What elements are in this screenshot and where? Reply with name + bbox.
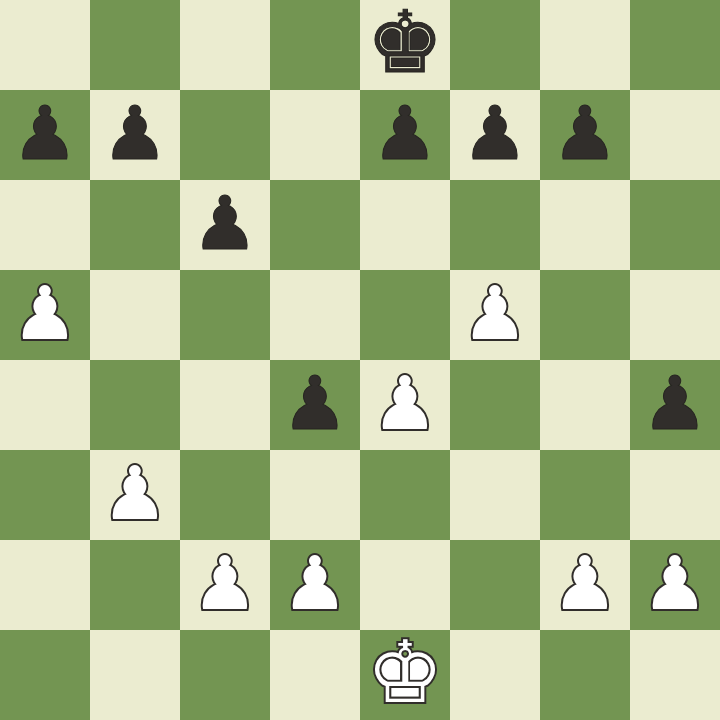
- square-f8[interactable]: [450, 0, 540, 90]
- white-pawn[interactable]: ♟: [282, 546, 348, 620]
- square-e3[interactable]: [360, 450, 450, 540]
- square-d1[interactable]: [270, 630, 360, 720]
- square-g2[interactable]: ♟: [540, 540, 630, 630]
- square-e5[interactable]: [360, 270, 450, 360]
- square-c2[interactable]: ♟: [180, 540, 270, 630]
- square-b4[interactable]: [90, 360, 180, 450]
- square-c8[interactable]: [180, 0, 270, 90]
- square-b1[interactable]: [90, 630, 180, 720]
- square-c3[interactable]: [180, 450, 270, 540]
- square-d7[interactable]: [270, 90, 360, 180]
- square-g6[interactable]: [540, 180, 630, 270]
- square-d3[interactable]: [270, 450, 360, 540]
- square-c1[interactable]: [180, 630, 270, 720]
- square-f6[interactable]: [450, 180, 540, 270]
- white-pawn[interactable]: ♟: [462, 276, 528, 350]
- chess-board: ♚♟♟♟♟♟♟♟♟♟♟♟♟♟♟♟♟♚: [0, 0, 720, 720]
- white-pawn[interactable]: ♟: [102, 456, 168, 530]
- square-h5[interactable]: [630, 270, 720, 360]
- white-pawn[interactable]: ♟: [192, 546, 258, 620]
- black-king[interactable]: ♚: [366, 0, 443, 85]
- square-d4[interactable]: ♟: [270, 360, 360, 450]
- square-e1[interactable]: ♚: [360, 630, 450, 720]
- square-e6[interactable]: [360, 180, 450, 270]
- black-pawn[interactable]: ♟: [552, 96, 618, 170]
- square-b6[interactable]: [90, 180, 180, 270]
- square-a7[interactable]: ♟: [0, 90, 90, 180]
- square-a2[interactable]: [0, 540, 90, 630]
- black-pawn[interactable]: ♟: [102, 96, 168, 170]
- square-e2[interactable]: [360, 540, 450, 630]
- square-g5[interactable]: [540, 270, 630, 360]
- square-e7[interactable]: ♟: [360, 90, 450, 180]
- square-a4[interactable]: [0, 360, 90, 450]
- square-g8[interactable]: [540, 0, 630, 90]
- square-h1[interactable]: [630, 630, 720, 720]
- square-h2[interactable]: ♟: [630, 540, 720, 630]
- black-pawn[interactable]: ♟: [12, 96, 78, 170]
- white-pawn[interactable]: ♟: [552, 546, 618, 620]
- square-f7[interactable]: ♟: [450, 90, 540, 180]
- square-h6[interactable]: [630, 180, 720, 270]
- square-h7[interactable]: [630, 90, 720, 180]
- square-g4[interactable]: [540, 360, 630, 450]
- square-d5[interactable]: [270, 270, 360, 360]
- white-king[interactable]: ♚: [366, 629, 443, 715]
- square-g1[interactable]: [540, 630, 630, 720]
- square-b7[interactable]: ♟: [90, 90, 180, 180]
- square-f1[interactable]: [450, 630, 540, 720]
- black-pawn[interactable]: ♟: [192, 186, 258, 260]
- square-h4[interactable]: ♟: [630, 360, 720, 450]
- square-b2[interactable]: [90, 540, 180, 630]
- square-e4[interactable]: ♟: [360, 360, 450, 450]
- square-a3[interactable]: [0, 450, 90, 540]
- black-pawn[interactable]: ♟: [642, 366, 708, 440]
- square-c4[interactable]: [180, 360, 270, 450]
- square-c6[interactable]: ♟: [180, 180, 270, 270]
- square-g3[interactable]: [540, 450, 630, 540]
- square-b8[interactable]: [90, 0, 180, 90]
- white-pawn[interactable]: ♟: [372, 366, 438, 440]
- black-pawn[interactable]: ♟: [462, 96, 528, 170]
- white-pawn[interactable]: ♟: [12, 276, 78, 350]
- square-f2[interactable]: [450, 540, 540, 630]
- square-c5[interactable]: [180, 270, 270, 360]
- square-a6[interactable]: [0, 180, 90, 270]
- square-a8[interactable]: [0, 0, 90, 90]
- square-d2[interactable]: ♟: [270, 540, 360, 630]
- square-g7[interactable]: ♟: [540, 90, 630, 180]
- square-b5[interactable]: [90, 270, 180, 360]
- square-a5[interactable]: ♟: [0, 270, 90, 360]
- square-f3[interactable]: [450, 450, 540, 540]
- square-h8[interactable]: [630, 0, 720, 90]
- square-d8[interactable]: [270, 0, 360, 90]
- black-pawn[interactable]: ♟: [282, 366, 348, 440]
- square-b3[interactable]: ♟: [90, 450, 180, 540]
- white-pawn[interactable]: ♟: [642, 546, 708, 620]
- square-f4[interactable]: [450, 360, 540, 450]
- square-a1[interactable]: [0, 630, 90, 720]
- black-pawn[interactable]: ♟: [372, 96, 438, 170]
- square-f5[interactable]: ♟: [450, 270, 540, 360]
- square-h3[interactable]: [630, 450, 720, 540]
- square-e8[interactable]: ♚: [360, 0, 450, 90]
- square-c7[interactable]: [180, 90, 270, 180]
- square-d6[interactable]: [270, 180, 360, 270]
